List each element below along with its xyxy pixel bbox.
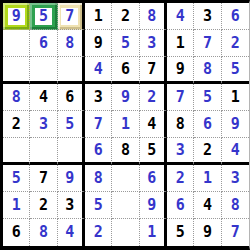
- user-digit: 8: [94, 171, 103, 186]
- cell-r7c5[interactable]: [112, 165, 139, 192]
- user-digit: 6: [203, 117, 212, 132]
- user-digit: 7: [203, 36, 212, 51]
- user-digit: 5: [121, 36, 130, 51]
- cell-r1c8[interactable]: 3: [194, 3, 221, 30]
- user-digit: 7: [94, 117, 103, 132]
- cell-r3c6[interactable]: 7: [140, 57, 167, 84]
- cell-r1c2[interactable]: 5: [30, 3, 57, 30]
- user-digit: 6: [39, 36, 48, 51]
- given-digit: 7: [147, 62, 156, 77]
- user-digit: 4: [65, 225, 74, 240]
- cell-r6c1[interactable]: [3, 138, 30, 165]
- given-digit: 8: [176, 117, 185, 132]
- cell-r8c2[interactable]: 2: [30, 192, 57, 219]
- cell-r4c7[interactable]: 7: [167, 84, 194, 111]
- cell-r9c8[interactable]: 9: [194, 219, 221, 246]
- given-digit: 1: [94, 9, 103, 24]
- cell-r5c3[interactable]: 5: [58, 111, 85, 138]
- user-digit: 4: [231, 143, 240, 158]
- cell-r3c7[interactable]: 9: [167, 57, 194, 84]
- cell-r6c2[interactable]: [30, 138, 57, 165]
- cell-r1c5[interactable]: 2: [112, 3, 139, 30]
- user-digit: 1: [147, 225, 156, 240]
- given-digit: 5: [176, 225, 185, 240]
- cell-r7c2[interactable]: 7: [30, 165, 57, 192]
- cell-r7c7[interactable]: 2: [167, 165, 194, 192]
- user-digit: 9: [121, 90, 130, 105]
- user-digit: 1: [121, 117, 130, 132]
- cell-r5c7[interactable]: 8: [167, 111, 194, 138]
- cell-r2c9[interactable]: 2: [222, 30, 249, 57]
- cell-r1c6[interactable]: 8: [140, 3, 167, 30]
- user-digit: 4: [176, 9, 185, 24]
- user-digit: 8: [39, 225, 48, 240]
- cell-r2c8[interactable]: 7: [194, 30, 221, 57]
- given-digit: 2: [12, 117, 21, 132]
- cell-r6c8[interactable]: 2: [194, 138, 221, 165]
- user-digit: 9: [12, 9, 21, 24]
- cell-r8c7[interactable]: 6: [167, 192, 194, 219]
- cell-r7c1[interactable]: 5: [3, 165, 30, 192]
- given-digit: 2: [203, 143, 212, 158]
- cell-r9c6[interactable]: 1: [140, 219, 167, 246]
- cell-r4c9[interactable]: 1: [222, 84, 249, 111]
- user-digit: 9: [147, 198, 156, 213]
- cell-r8c1[interactable]: 1: [3, 192, 30, 219]
- given-digit: 1: [176, 36, 185, 51]
- cell-r4c2[interactable]: 4: [30, 84, 57, 111]
- cell-r4c3[interactable]: 6: [58, 84, 85, 111]
- cell-r6c7[interactable]: 3: [167, 138, 194, 165]
- given-digit: 6: [12, 225, 21, 240]
- cell-r9c4[interactable]: 2: [85, 219, 112, 246]
- user-digit: 4: [94, 62, 103, 77]
- cell-r9c2[interactable]: 8: [30, 219, 57, 246]
- cell-r9c3[interactable]: 4: [58, 219, 85, 246]
- cell-r4c4[interactable]: 3: [85, 84, 112, 111]
- given-digit: 6: [65, 90, 74, 105]
- cell-r9c9[interactable]: 7: [222, 219, 249, 246]
- cell-r4c1[interactable]: 8: [3, 84, 30, 111]
- cell-r5c6[interactable]: 4: [140, 111, 167, 138]
- given-digit: 5: [147, 143, 156, 158]
- given-digit: 3: [65, 198, 74, 213]
- cell-r4c5[interactable]: 9: [112, 84, 139, 111]
- cell-r5c2[interactable]: 3: [30, 111, 57, 138]
- cell-r1c9[interactable]: 6: [222, 3, 249, 30]
- cell-r6c6[interactable]: 5: [140, 138, 167, 165]
- cell-r6c9[interactable]: 4: [222, 138, 249, 165]
- user-digit: 2: [94, 225, 103, 240]
- user-digit: 5: [12, 171, 21, 186]
- user-digit: 6: [147, 171, 156, 186]
- cell-r7c9[interactable]: 3: [222, 165, 249, 192]
- cell-r5c5[interactable]: 1: [112, 111, 139, 138]
- cell-r9c1[interactable]: 6: [3, 219, 30, 246]
- user-digit: 9: [65, 171, 74, 186]
- user-digit: 2: [176, 171, 185, 186]
- given-digit: 7: [39, 171, 48, 186]
- user-digit: 8: [65, 36, 74, 51]
- cell-r3c1[interactable]: [3, 57, 30, 84]
- given-digit: 9: [176, 62, 185, 77]
- user-digit: 7: [176, 90, 185, 105]
- user-digit: 8: [147, 9, 156, 24]
- highlight-plate: 9: [8, 8, 25, 25]
- given-digit: 9: [94, 36, 103, 51]
- given-digit: 8: [121, 143, 130, 158]
- user-digit: 3: [231, 171, 240, 186]
- user-digit: 5: [65, 117, 74, 132]
- cell-r3c8[interactable]: 8: [194, 57, 221, 84]
- cell-r6c5[interactable]: 8: [112, 138, 139, 165]
- user-digit: 3: [147, 36, 156, 51]
- cell-r3c9[interactable]: 5: [222, 57, 249, 84]
- cell-r8c8[interactable]: 4: [194, 192, 221, 219]
- cell-r8c9[interactable]: 8: [222, 192, 249, 219]
- cell-r4c6[interactable]: 2: [140, 84, 167, 111]
- user-digit: 5: [94, 198, 103, 213]
- user-digit: 8: [231, 198, 240, 213]
- user-digit: 6: [94, 143, 103, 158]
- user-digit: 1: [12, 198, 21, 213]
- cell-r8c3[interactable]: 3: [58, 192, 85, 219]
- given-digit: 4: [203, 198, 212, 213]
- cell-r7c6[interactable]: 6: [140, 165, 167, 192]
- cell-r2c7[interactable]: 1: [167, 30, 194, 57]
- cell-r2c1[interactable]: [3, 30, 30, 57]
- cell-r6c3[interactable]: [58, 138, 85, 165]
- cell-r8c4[interactable]: 5: [85, 192, 112, 219]
- cell-r9c5[interactable]: [112, 219, 139, 246]
- cell-r7c8[interactable]: 1: [194, 165, 221, 192]
- given-digit: 6: [121, 62, 130, 77]
- given-digit: 4: [39, 90, 48, 105]
- cell-r9c7[interactable]: 5: [167, 219, 194, 246]
- cell-r2c6[interactable]: 3: [140, 30, 167, 57]
- given-digit: 3: [203, 9, 212, 24]
- user-digit: 3: [176, 143, 185, 158]
- user-digit: 2: [147, 90, 156, 105]
- cell-r5c8[interactable]: 6: [194, 111, 221, 138]
- given-digit: 2: [39, 198, 48, 213]
- cell-r8c5[interactable]: [112, 192, 139, 219]
- user-digit: 5: [39, 9, 48, 24]
- cell-r1c3[interactable]: 7: [58, 3, 85, 30]
- cell-r5c9[interactable]: 9: [222, 111, 249, 138]
- cell-r5c4[interactable]: 7: [85, 111, 112, 138]
- cell-r2c2[interactable]: 6: [30, 30, 57, 57]
- user-digit: 5: [203, 90, 212, 105]
- sudoku-board: 9571284366895317246798584639275123571486…: [0, 0, 250, 250]
- given-digit: 1: [231, 90, 240, 105]
- user-digit: 3: [39, 117, 48, 132]
- given-digit: 2: [121, 9, 130, 24]
- highlight-plate: 7: [61, 8, 78, 25]
- cell-r2c5[interactable]: 5: [112, 30, 139, 57]
- cell-r5c1[interactable]: 2: [3, 111, 30, 138]
- cell-r1c7[interactable]: 4: [167, 3, 194, 30]
- cell-r3c4[interactable]: 4: [85, 57, 112, 84]
- cell-r1c4[interactable]: 1: [85, 3, 112, 30]
- given-digit: 9: [203, 225, 212, 240]
- cell-r8c6[interactable]: 9: [140, 192, 167, 219]
- user-digit: 8: [203, 62, 212, 77]
- cell-r3c5[interactable]: 6: [112, 57, 139, 84]
- user-digit: 7: [65, 9, 74, 24]
- cell-r4c8[interactable]: 5: [194, 84, 221, 111]
- cell-r3c3[interactable]: [58, 57, 85, 84]
- user-digit: 7: [231, 225, 240, 240]
- cell-r6c4[interactable]: 6: [85, 138, 112, 165]
- cell-r2c4[interactable]: 9: [85, 30, 112, 57]
- cell-r7c4[interactable]: 8: [85, 165, 112, 192]
- cell-r1c1[interactable]: 9: [3, 3, 30, 30]
- cell-r3c2[interactable]: [30, 57, 57, 84]
- given-digit: 4: [147, 117, 156, 132]
- user-digit: 8: [12, 90, 21, 105]
- user-digit: 5: [231, 62, 240, 77]
- user-digit: 1: [203, 171, 212, 186]
- user-digit: 6: [231, 9, 240, 24]
- given-digit: 3: [94, 90, 103, 105]
- cell-r2c3[interactable]: 8: [58, 30, 85, 57]
- user-digit: 2: [231, 36, 240, 51]
- highlight-plate: 5: [35, 8, 52, 25]
- user-digit: 6: [176, 198, 185, 213]
- cell-r7c3[interactable]: 9: [58, 165, 85, 192]
- user-digit: 9: [231, 117, 240, 132]
